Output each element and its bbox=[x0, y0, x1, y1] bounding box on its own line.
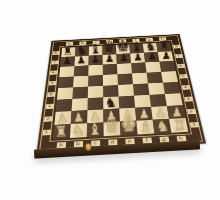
square-a5 bbox=[58, 76, 74, 88]
rank-label: 2 bbox=[186, 108, 196, 114]
square-e3 bbox=[119, 96, 136, 109]
black-pawn: ♟ bbox=[159, 51, 174, 62]
black-pawn: ♟ bbox=[145, 51, 160, 62]
square-b4 bbox=[72, 87, 88, 99]
rank-label: 7 bbox=[174, 54, 182, 58]
square-e7: ♟ bbox=[116, 54, 131, 64]
rank-label: 6 bbox=[49, 70, 57, 75]
white-bishop: ♝ bbox=[137, 118, 155, 135]
square-h3 bbox=[165, 93, 183, 106]
square-d1: ♛ bbox=[104, 122, 121, 137]
square-e5 bbox=[117, 73, 133, 85]
rank-label: 1 bbox=[42, 129, 52, 135]
rank-label-cell: 3 bbox=[42, 100, 57, 113]
rank-label: 6 bbox=[177, 63, 186, 67]
square-b7: ♟ bbox=[74, 56, 88, 66]
white-knight: ♞ bbox=[69, 122, 87, 138]
white-knight: ♞ bbox=[154, 118, 172, 134]
rank-label: 3 bbox=[184, 96, 193, 101]
square-f7: ♟ bbox=[130, 53, 145, 63]
square-c3 bbox=[87, 97, 103, 110]
square-f4 bbox=[133, 83, 149, 95]
rank-label: 5 bbox=[48, 81, 56, 86]
black-pawn: ♟ bbox=[60, 56, 75, 67]
rank-label-cell: 5 bbox=[176, 70, 191, 81]
rank-label-cell: 7 bbox=[172, 51, 186, 61]
rank-label: 2 bbox=[43, 116, 52, 122]
square-a3 bbox=[56, 99, 73, 112]
rank-label-cell: 4 bbox=[178, 81, 194, 93]
rank-label: 1 bbox=[189, 121, 199, 127]
white-king: ♚ bbox=[120, 115, 138, 135]
rank-label-cell: 5 bbox=[45, 77, 59, 89]
white-rook: ♜ bbox=[52, 123, 70, 139]
square-d5 bbox=[103, 74, 118, 86]
square-d7: ♟ bbox=[103, 54, 117, 64]
black-pawn: ♟ bbox=[74, 55, 89, 66]
square-e1: ♚ bbox=[120, 121, 138, 136]
square-g1: ♞ bbox=[153, 119, 172, 134]
rank-label: 8 bbox=[172, 44, 180, 48]
board-tilt-plane: abcdefgh8♜♞♝♛♚♝♞♜87♟♟♟♟♟♟♟♟76655443♞32♟♟… bbox=[37, 34, 206, 152]
square-h7: ♟ bbox=[158, 51, 174, 61]
rank-label: 3 bbox=[45, 103, 54, 108]
square-f1: ♝ bbox=[136, 120, 154, 135]
white-bishop: ♝ bbox=[86, 120, 104, 137]
rank-label: 7 bbox=[51, 60, 59, 64]
white-queen: ♛ bbox=[103, 117, 121, 136]
square-e4 bbox=[118, 84, 134, 96]
square-a4 bbox=[57, 87, 73, 99]
square-h1: ♜ bbox=[169, 118, 188, 133]
square-d3: ♞ bbox=[103, 96, 119, 109]
square-c1: ♝ bbox=[87, 122, 104, 137]
square-g7: ♟ bbox=[144, 52, 159, 62]
brass-latch bbox=[86, 143, 91, 150]
square-c7: ♟ bbox=[89, 55, 103, 65]
rank-label: 5 bbox=[179, 74, 188, 79]
white-rook: ♜ bbox=[171, 117, 189, 133]
rank-label-cell: 3 bbox=[180, 93, 196, 106]
square-a6 bbox=[59, 66, 74, 77]
rank-label: 4 bbox=[181, 85, 190, 90]
black-pawn: ♟ bbox=[131, 52, 146, 63]
square-b3 bbox=[72, 98, 88, 111]
chess-board: abcdefgh8♜♞♝♛♚♝♞♜87♟♟♟♟♟♟♟♟76655443♞32♟♟… bbox=[37, 34, 206, 152]
black-pawn: ♟ bbox=[88, 54, 103, 65]
square-h4 bbox=[163, 82, 180, 94]
rank-label-cell: 4 bbox=[44, 88, 59, 100]
rank-label: 8 bbox=[52, 51, 60, 55]
square-c5 bbox=[88, 75, 103, 87]
square-g3 bbox=[149, 94, 166, 107]
square-c4 bbox=[88, 86, 103, 98]
black-pawn: ♟ bbox=[102, 54, 117, 65]
square-a7: ♟ bbox=[60, 56, 75, 66]
chess-set-photo: abcdefgh8♜♞♝♛♚♝♞♜87♟♟♟♟♟♟♟♟76655443♞32♟♟… bbox=[45, 12, 191, 158]
rank-label-cell: 6 bbox=[174, 60, 189, 71]
rank-label: 4 bbox=[47, 92, 56, 97]
black-knight: ♞ bbox=[103, 95, 120, 110]
square-a1: ♜ bbox=[53, 124, 71, 139]
square-b5 bbox=[73, 76, 88, 88]
square-b1: ♞ bbox=[70, 123, 87, 138]
black-pawn: ♟ bbox=[116, 53, 131, 64]
square-f5 bbox=[132, 73, 148, 85]
